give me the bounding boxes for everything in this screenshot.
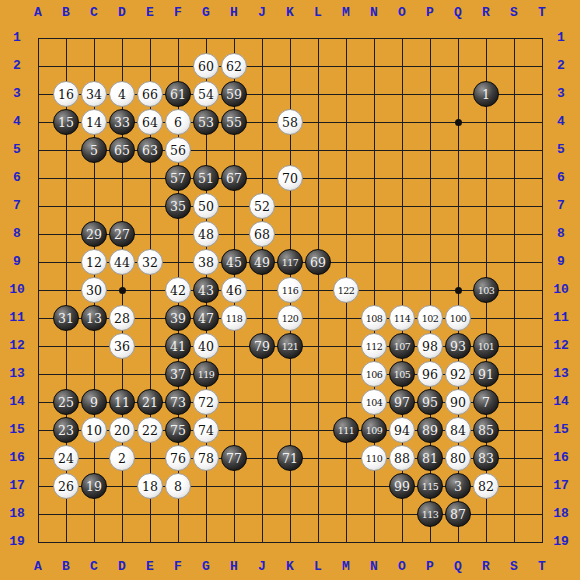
intersection-l7[interactable] xyxy=(304,192,332,220)
intersection-r19[interactable] xyxy=(472,528,500,556)
intersection-n7[interactable] xyxy=(360,192,388,220)
intersection-c19[interactable] xyxy=(80,528,108,556)
intersection-g14[interactable]: 72 xyxy=(192,388,220,416)
intersection-s16[interactable] xyxy=(500,444,528,472)
intersection-h12[interactable] xyxy=(220,332,248,360)
intersection-f15[interactable]: 75 xyxy=(164,416,192,444)
intersection-l2[interactable] xyxy=(304,52,332,80)
intersection-n5[interactable] xyxy=(360,136,388,164)
intersection-q8[interactable] xyxy=(444,220,472,248)
intersection-k3[interactable] xyxy=(276,80,304,108)
intersection-f13[interactable]: 37 xyxy=(164,360,192,388)
intersection-r5[interactable] xyxy=(472,136,500,164)
intersection-r6[interactable] xyxy=(472,164,500,192)
intersection-l6[interactable] xyxy=(304,164,332,192)
intersection-t13[interactable] xyxy=(528,360,556,388)
intersection-n19[interactable] xyxy=(360,528,388,556)
intersection-c1[interactable] xyxy=(80,24,108,52)
intersection-n2[interactable] xyxy=(360,52,388,80)
intersection-o9[interactable] xyxy=(388,248,416,276)
intersection-o7[interactable] xyxy=(388,192,416,220)
intersection-h18[interactable] xyxy=(220,500,248,528)
intersection-q17[interactable]: 3 xyxy=(444,472,472,500)
intersection-q3[interactable] xyxy=(444,80,472,108)
intersection-q4[interactable] xyxy=(444,108,472,136)
intersection-e13[interactable] xyxy=(136,360,164,388)
intersection-o4[interactable] xyxy=(388,108,416,136)
intersection-c5[interactable]: 5 xyxy=(80,136,108,164)
intersection-s5[interactable] xyxy=(500,136,528,164)
intersection-j5[interactable] xyxy=(248,136,276,164)
intersection-e12[interactable] xyxy=(136,332,164,360)
intersection-p17[interactable]: 115 xyxy=(416,472,444,500)
intersection-c2[interactable] xyxy=(80,52,108,80)
intersection-s2[interactable] xyxy=(500,52,528,80)
intersection-j2[interactable] xyxy=(248,52,276,80)
intersection-l14[interactable] xyxy=(304,388,332,416)
intersection-q6[interactable] xyxy=(444,164,472,192)
intersection-t12[interactable] xyxy=(528,332,556,360)
intersection-a18[interactable] xyxy=(24,500,52,528)
intersection-d7[interactable] xyxy=(108,192,136,220)
intersection-s1[interactable] xyxy=(500,24,528,52)
intersection-a7[interactable] xyxy=(24,192,52,220)
intersection-d16[interactable]: 2 xyxy=(108,444,136,472)
intersection-s10[interactable] xyxy=(500,276,528,304)
intersection-k15[interactable] xyxy=(276,416,304,444)
intersection-a16[interactable] xyxy=(24,444,52,472)
intersection-p18[interactable]: 113 xyxy=(416,500,444,528)
intersection-a10[interactable] xyxy=(24,276,52,304)
intersection-b19[interactable] xyxy=(52,528,80,556)
intersection-f6[interactable]: 57 xyxy=(164,164,192,192)
intersection-g13[interactable]: 119 xyxy=(192,360,220,388)
intersection-g1[interactable] xyxy=(192,24,220,52)
intersection-p9[interactable] xyxy=(416,248,444,276)
intersection-p15[interactable]: 89 xyxy=(416,416,444,444)
intersection-l9[interactable]: 69 xyxy=(304,248,332,276)
intersection-d13[interactable] xyxy=(108,360,136,388)
intersection-d12[interactable]: 36 xyxy=(108,332,136,360)
intersection-f8[interactable] xyxy=(164,220,192,248)
intersection-d6[interactable] xyxy=(108,164,136,192)
intersection-g9[interactable]: 38 xyxy=(192,248,220,276)
intersection-f1[interactable] xyxy=(164,24,192,52)
intersection-m2[interactable] xyxy=(332,52,360,80)
intersection-r15[interactable]: 85 xyxy=(472,416,500,444)
intersection-d19[interactable] xyxy=(108,528,136,556)
intersection-b18[interactable] xyxy=(52,500,80,528)
intersection-b1[interactable] xyxy=(52,24,80,52)
intersection-b9[interactable] xyxy=(52,248,80,276)
intersection-b16[interactable]: 24 xyxy=(52,444,80,472)
intersection-s8[interactable] xyxy=(500,220,528,248)
intersection-l19[interactable] xyxy=(304,528,332,556)
intersection-q7[interactable] xyxy=(444,192,472,220)
intersection-s15[interactable] xyxy=(500,416,528,444)
intersection-d11[interactable]: 28 xyxy=(108,304,136,332)
intersection-m15[interactable]: 111 xyxy=(332,416,360,444)
intersection-c18[interactable] xyxy=(80,500,108,528)
intersection-o19[interactable] xyxy=(388,528,416,556)
intersection-m14[interactable] xyxy=(332,388,360,416)
intersection-h13[interactable] xyxy=(220,360,248,388)
intersection-b5[interactable] xyxy=(52,136,80,164)
intersection-r18[interactable] xyxy=(472,500,500,528)
intersection-e6[interactable] xyxy=(136,164,164,192)
intersection-e9[interactable]: 32 xyxy=(136,248,164,276)
intersection-b15[interactable]: 23 xyxy=(52,416,80,444)
intersection-k9[interactable]: 117 xyxy=(276,248,304,276)
intersection-b7[interactable] xyxy=(52,192,80,220)
intersection-g11[interactable]: 47 xyxy=(192,304,220,332)
intersection-c3[interactable]: 34 xyxy=(80,80,108,108)
intersection-g12[interactable]: 40 xyxy=(192,332,220,360)
intersection-o5[interactable] xyxy=(388,136,416,164)
intersection-n6[interactable] xyxy=(360,164,388,192)
intersection-h9[interactable]: 45 xyxy=(220,248,248,276)
intersection-q16[interactable]: 80 xyxy=(444,444,472,472)
intersection-b4[interactable]: 15 xyxy=(52,108,80,136)
intersection-j9[interactable]: 49 xyxy=(248,248,276,276)
intersection-s12[interactable] xyxy=(500,332,528,360)
intersection-r9[interactable] xyxy=(472,248,500,276)
intersection-s6[interactable] xyxy=(500,164,528,192)
intersection-t6[interactable] xyxy=(528,164,556,192)
intersection-c7[interactable] xyxy=(80,192,108,220)
intersection-m11[interactable] xyxy=(332,304,360,332)
intersection-l4[interactable] xyxy=(304,108,332,136)
intersection-r13[interactable]: 91 xyxy=(472,360,500,388)
intersection-b2[interactable] xyxy=(52,52,80,80)
intersection-j14[interactable] xyxy=(248,388,276,416)
intersection-o6[interactable] xyxy=(388,164,416,192)
intersection-e19[interactable] xyxy=(136,528,164,556)
intersection-a9[interactable] xyxy=(24,248,52,276)
intersection-r10[interactable]: 103 xyxy=(472,276,500,304)
intersection-r8[interactable] xyxy=(472,220,500,248)
intersection-m18[interactable] xyxy=(332,500,360,528)
intersection-q13[interactable]: 92 xyxy=(444,360,472,388)
intersection-k11[interactable]: 120 xyxy=(276,304,304,332)
intersection-a12[interactable] xyxy=(24,332,52,360)
intersection-e17[interactable]: 18 xyxy=(136,472,164,500)
intersection-g8[interactable]: 48 xyxy=(192,220,220,248)
intersection-e8[interactable] xyxy=(136,220,164,248)
intersection-h19[interactable] xyxy=(220,528,248,556)
intersection-d4[interactable]: 33 xyxy=(108,108,136,136)
intersection-e15[interactable]: 22 xyxy=(136,416,164,444)
intersection-a17[interactable] xyxy=(24,472,52,500)
intersection-b17[interactable]: 26 xyxy=(52,472,80,500)
intersection-e16[interactable] xyxy=(136,444,164,472)
intersection-a1[interactable] xyxy=(24,24,52,52)
intersection-q18[interactable]: 87 xyxy=(444,500,472,528)
intersection-g7[interactable]: 50 xyxy=(192,192,220,220)
intersection-m5[interactable] xyxy=(332,136,360,164)
intersection-t18[interactable] xyxy=(528,500,556,528)
intersection-t11[interactable] xyxy=(528,304,556,332)
intersection-e10[interactable] xyxy=(136,276,164,304)
intersection-j13[interactable] xyxy=(248,360,276,388)
intersection-m19[interactable] xyxy=(332,528,360,556)
intersection-a4[interactable] xyxy=(24,108,52,136)
intersection-m6[interactable] xyxy=(332,164,360,192)
intersection-o1[interactable] xyxy=(388,24,416,52)
intersection-g17[interactable] xyxy=(192,472,220,500)
intersection-k10[interactable]: 116 xyxy=(276,276,304,304)
intersection-m12[interactable] xyxy=(332,332,360,360)
intersection-e4[interactable]: 64 xyxy=(136,108,164,136)
intersection-k7[interactable] xyxy=(276,192,304,220)
intersection-o14[interactable]: 97 xyxy=(388,388,416,416)
intersection-g2[interactable]: 60 xyxy=(192,52,220,80)
intersection-a3[interactable] xyxy=(24,80,52,108)
intersection-f11[interactable]: 39 xyxy=(164,304,192,332)
intersection-j1[interactable] xyxy=(248,24,276,52)
intersection-h6[interactable]: 67 xyxy=(220,164,248,192)
intersection-e11[interactable] xyxy=(136,304,164,332)
intersection-j6[interactable] xyxy=(248,164,276,192)
intersection-n15[interactable]: 109 xyxy=(360,416,388,444)
intersection-n10[interactable] xyxy=(360,276,388,304)
intersection-q10[interactable] xyxy=(444,276,472,304)
intersection-c6[interactable] xyxy=(80,164,108,192)
intersection-s4[interactable] xyxy=(500,108,528,136)
intersection-d8[interactable]: 27 xyxy=(108,220,136,248)
intersection-k8[interactable] xyxy=(276,220,304,248)
intersection-d5[interactable]: 65 xyxy=(108,136,136,164)
intersection-b13[interactable] xyxy=(52,360,80,388)
intersection-d2[interactable] xyxy=(108,52,136,80)
intersection-c14[interactable]: 9 xyxy=(80,388,108,416)
intersection-l17[interactable] xyxy=(304,472,332,500)
intersection-t15[interactable] xyxy=(528,416,556,444)
intersection-c10[interactable]: 30 xyxy=(80,276,108,304)
intersection-t8[interactable] xyxy=(528,220,556,248)
intersection-p4[interactable] xyxy=(416,108,444,136)
intersection-t4[interactable] xyxy=(528,108,556,136)
intersection-p19[interactable] xyxy=(416,528,444,556)
intersection-f4[interactable]: 6 xyxy=(164,108,192,136)
intersection-m1[interactable] xyxy=(332,24,360,52)
intersection-l8[interactable] xyxy=(304,220,332,248)
intersection-l1[interactable] xyxy=(304,24,332,52)
intersection-o16[interactable]: 88 xyxy=(388,444,416,472)
intersection-p10[interactable] xyxy=(416,276,444,304)
intersection-n11[interactable]: 108 xyxy=(360,304,388,332)
intersection-r3[interactable]: 1 xyxy=(472,80,500,108)
intersection-p11[interactable]: 102 xyxy=(416,304,444,332)
intersection-p5[interactable] xyxy=(416,136,444,164)
intersection-f18[interactable] xyxy=(164,500,192,528)
intersection-n1[interactable] xyxy=(360,24,388,52)
intersection-k6[interactable]: 70 xyxy=(276,164,304,192)
intersection-n4[interactable] xyxy=(360,108,388,136)
intersection-q14[interactable]: 90 xyxy=(444,388,472,416)
intersection-p12[interactable]: 98 xyxy=(416,332,444,360)
intersection-d1[interactable] xyxy=(108,24,136,52)
intersection-c17[interactable]: 19 xyxy=(80,472,108,500)
intersection-e18[interactable] xyxy=(136,500,164,528)
intersection-k19[interactable] xyxy=(276,528,304,556)
intersection-k16[interactable]: 71 xyxy=(276,444,304,472)
intersection-j18[interactable] xyxy=(248,500,276,528)
intersection-d15[interactable]: 20 xyxy=(108,416,136,444)
intersection-l10[interactable] xyxy=(304,276,332,304)
intersection-e1[interactable] xyxy=(136,24,164,52)
intersection-p1[interactable] xyxy=(416,24,444,52)
intersection-f19[interactable] xyxy=(164,528,192,556)
intersection-j11[interactable] xyxy=(248,304,276,332)
intersection-b10[interactable] xyxy=(52,276,80,304)
intersection-e2[interactable] xyxy=(136,52,164,80)
intersection-q9[interactable] xyxy=(444,248,472,276)
intersection-o2[interactable] xyxy=(388,52,416,80)
intersection-j17[interactable] xyxy=(248,472,276,500)
intersection-d9[interactable]: 44 xyxy=(108,248,136,276)
intersection-t5[interactable] xyxy=(528,136,556,164)
intersection-d18[interactable] xyxy=(108,500,136,528)
intersection-e5[interactable]: 63 xyxy=(136,136,164,164)
intersection-t1[interactable] xyxy=(528,24,556,52)
intersection-f16[interactable]: 76 xyxy=(164,444,192,472)
intersection-h15[interactable] xyxy=(220,416,248,444)
intersection-l11[interactable] xyxy=(304,304,332,332)
intersection-o15[interactable]: 94 xyxy=(388,416,416,444)
intersection-b14[interactable]: 25 xyxy=(52,388,80,416)
intersection-n17[interactable] xyxy=(360,472,388,500)
intersection-m13[interactable] xyxy=(332,360,360,388)
intersection-g6[interactable]: 51 xyxy=(192,164,220,192)
intersection-f17[interactable]: 8 xyxy=(164,472,192,500)
intersection-g16[interactable]: 78 xyxy=(192,444,220,472)
intersection-m9[interactable] xyxy=(332,248,360,276)
intersection-h16[interactable]: 77 xyxy=(220,444,248,472)
intersection-o13[interactable]: 105 xyxy=(388,360,416,388)
intersection-n18[interactable] xyxy=(360,500,388,528)
intersection-o18[interactable] xyxy=(388,500,416,528)
intersection-t17[interactable] xyxy=(528,472,556,500)
intersection-e14[interactable]: 21 xyxy=(136,388,164,416)
intersection-a14[interactable] xyxy=(24,388,52,416)
intersection-s3[interactable] xyxy=(500,80,528,108)
intersection-c15[interactable]: 10 xyxy=(80,416,108,444)
intersection-j19[interactable] xyxy=(248,528,276,556)
intersection-a13[interactable] xyxy=(24,360,52,388)
intersection-g10[interactable]: 43 xyxy=(192,276,220,304)
intersection-s17[interactable] xyxy=(500,472,528,500)
intersection-q5[interactable] xyxy=(444,136,472,164)
intersection-t2[interactable] xyxy=(528,52,556,80)
intersection-s13[interactable] xyxy=(500,360,528,388)
intersection-a8[interactable] xyxy=(24,220,52,248)
intersection-h3[interactable]: 59 xyxy=(220,80,248,108)
intersection-t16[interactable] xyxy=(528,444,556,472)
intersection-m8[interactable] xyxy=(332,220,360,248)
intersection-n14[interactable]: 104 xyxy=(360,388,388,416)
intersection-n12[interactable]: 112 xyxy=(360,332,388,360)
intersection-r1[interactable] xyxy=(472,24,500,52)
intersection-q1[interactable] xyxy=(444,24,472,52)
intersection-t10[interactable] xyxy=(528,276,556,304)
intersection-f2[interactable] xyxy=(164,52,192,80)
intersection-n13[interactable]: 106 xyxy=(360,360,388,388)
intersection-e3[interactable]: 66 xyxy=(136,80,164,108)
intersection-p6[interactable] xyxy=(416,164,444,192)
intersection-d17[interactable] xyxy=(108,472,136,500)
intersection-o12[interactable]: 107 xyxy=(388,332,416,360)
intersection-a6[interactable] xyxy=(24,164,52,192)
intersection-s11[interactable] xyxy=(500,304,528,332)
intersection-j12[interactable]: 79 xyxy=(248,332,276,360)
intersection-t9[interactable] xyxy=(528,248,556,276)
intersection-j3[interactable] xyxy=(248,80,276,108)
intersection-q12[interactable]: 93 xyxy=(444,332,472,360)
intersection-n3[interactable] xyxy=(360,80,388,108)
intersection-h7[interactable] xyxy=(220,192,248,220)
intersection-k12[interactable]: 121 xyxy=(276,332,304,360)
intersection-l12[interactable] xyxy=(304,332,332,360)
intersection-s19[interactable] xyxy=(500,528,528,556)
intersection-n9[interactable] xyxy=(360,248,388,276)
intersection-t7[interactable] xyxy=(528,192,556,220)
intersection-r4[interactable] xyxy=(472,108,500,136)
intersection-j8[interactable]: 68 xyxy=(248,220,276,248)
intersection-p8[interactable] xyxy=(416,220,444,248)
intersection-j10[interactable] xyxy=(248,276,276,304)
intersection-f9[interactable] xyxy=(164,248,192,276)
intersection-d3[interactable]: 4 xyxy=(108,80,136,108)
intersection-g18[interactable] xyxy=(192,500,220,528)
intersection-o10[interactable] xyxy=(388,276,416,304)
intersection-q11[interactable]: 100 xyxy=(444,304,472,332)
intersection-o8[interactable] xyxy=(388,220,416,248)
intersection-r11[interactable] xyxy=(472,304,500,332)
intersection-j7[interactable]: 52 xyxy=(248,192,276,220)
intersection-r17[interactable]: 82 xyxy=(472,472,500,500)
intersection-k13[interactable] xyxy=(276,360,304,388)
intersection-p2[interactable] xyxy=(416,52,444,80)
intersection-p3[interactable] xyxy=(416,80,444,108)
intersection-k14[interactable] xyxy=(276,388,304,416)
intersection-c4[interactable]: 14 xyxy=(80,108,108,136)
intersection-c13[interactable] xyxy=(80,360,108,388)
intersection-l16[interactable] xyxy=(304,444,332,472)
intersection-r2[interactable] xyxy=(472,52,500,80)
intersection-h2[interactable]: 62 xyxy=(220,52,248,80)
intersection-j4[interactable] xyxy=(248,108,276,136)
intersection-f10[interactable]: 42 xyxy=(164,276,192,304)
intersection-k17[interactable] xyxy=(276,472,304,500)
intersection-b3[interactable]: 16 xyxy=(52,80,80,108)
intersection-m4[interactable] xyxy=(332,108,360,136)
intersection-q19[interactable] xyxy=(444,528,472,556)
intersection-h11[interactable]: 118 xyxy=(220,304,248,332)
intersection-m16[interactable] xyxy=(332,444,360,472)
intersection-h8[interactable] xyxy=(220,220,248,248)
intersection-o3[interactable] xyxy=(388,80,416,108)
intersection-p7[interactable] xyxy=(416,192,444,220)
intersection-a11[interactable] xyxy=(24,304,52,332)
intersection-p13[interactable]: 96 xyxy=(416,360,444,388)
intersection-d10[interactable] xyxy=(108,276,136,304)
intersection-l5[interactable] xyxy=(304,136,332,164)
intersection-r14[interactable]: 7 xyxy=(472,388,500,416)
intersection-m3[interactable] xyxy=(332,80,360,108)
intersection-s18[interactable] xyxy=(500,500,528,528)
intersection-s14[interactable] xyxy=(500,388,528,416)
